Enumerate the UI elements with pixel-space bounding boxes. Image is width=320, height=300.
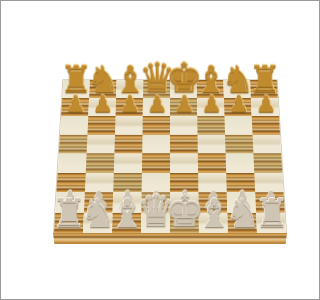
square-b5[interactable] — [87, 134, 115, 153]
square-e4[interactable] — [170, 153, 198, 172]
square-f7[interactable]: ♟ — [197, 98, 225, 116]
square-f1[interactable]: ♝ — [199, 212, 228, 233]
product-photo-frame: ♜♞♝♛♚♝♞♜♟♟♟♟♟♟♟♟♟♟♟♟♟♟♟♟♜♞♝♛♚♝♞♜ — [0, 0, 320, 300]
square-h4[interactable] — [253, 153, 282, 172]
square-f4[interactable] — [198, 153, 226, 172]
square-g1[interactable]: ♞ — [227, 212, 257, 233]
square-b4[interactable] — [86, 153, 115, 172]
square-d4[interactable] — [142, 153, 170, 172]
black-pawn[interactable]: ♟ — [146, 93, 167, 115]
square-f5[interactable] — [198, 134, 226, 153]
square-b7[interactable]: ♟ — [88, 98, 116, 116]
chess-board: ♜♞♝♛♚♝♞♜♟♟♟♟♟♟♟♟♟♟♟♟♟♟♟♟♜♞♝♛♚♝♞♜ — [54, 80, 286, 233]
black-pawn[interactable]: ♟ — [91, 93, 112, 115]
square-c7[interactable]: ♟ — [116, 98, 144, 116]
square-h1[interactable]: ♜ — [256, 212, 286, 233]
square-g5[interactable] — [225, 134, 253, 153]
square-a6[interactable] — [60, 116, 88, 135]
square-f6[interactable] — [197, 116, 225, 135]
chessboard-scene: ♜♞♝♛♚♝♞♜♟♟♟♟♟♟♟♟♟♟♟♟♟♟♟♟♜♞♝♛♚♝♞♜ — [1, 1, 319, 299]
black-pawn[interactable]: ♟ — [64, 93, 85, 115]
square-a4[interactable] — [58, 153, 87, 172]
square-b6[interactable] — [87, 116, 115, 135]
square-g4[interactable] — [226, 153, 255, 172]
square-h7[interactable]: ♟ — [251, 98, 279, 116]
square-d7[interactable]: ♟ — [143, 98, 170, 116]
square-h6[interactable] — [252, 116, 280, 135]
square-d5[interactable] — [142, 134, 170, 153]
square-d6[interactable] — [142, 116, 170, 135]
square-g7[interactable]: ♟ — [224, 98, 252, 116]
black-pawn[interactable]: ♟ — [119, 93, 140, 115]
square-c4[interactable] — [114, 153, 142, 172]
square-a7[interactable]: ♟ — [61, 98, 89, 116]
square-e7[interactable]: ♟ — [170, 98, 197, 116]
white-rook[interactable]: ♜ — [254, 194, 290, 232]
square-e6[interactable] — [170, 116, 198, 135]
square-c6[interactable] — [115, 116, 143, 135]
square-h5[interactable] — [253, 134, 282, 153]
black-pawn[interactable]: ♟ — [255, 93, 276, 115]
square-e1[interactable]: ♚ — [170, 212, 199, 233]
board-front-edge — [53, 233, 287, 244]
square-a5[interactable] — [59, 134, 88, 153]
black-pawn[interactable]: ♟ — [200, 93, 221, 115]
square-g6[interactable] — [224, 116, 252, 135]
square-c1[interactable]: ♝ — [112, 212, 141, 233]
black-pawn[interactable]: ♟ — [228, 93, 249, 115]
black-pawn[interactable]: ♟ — [173, 93, 194, 115]
white-bishop[interactable]: ♝ — [109, 194, 145, 232]
square-e5[interactable] — [170, 134, 198, 153]
square-c5[interactable] — [114, 134, 142, 153]
